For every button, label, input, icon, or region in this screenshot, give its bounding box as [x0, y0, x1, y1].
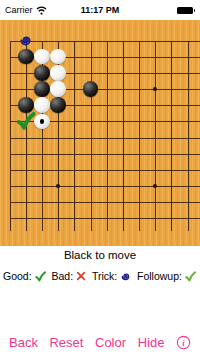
white-stone [50, 65, 66, 81]
legend-followup: Followup: [137, 270, 197, 283]
grid-line [10, 202, 200, 203]
legend-bad-label: Bad: [51, 270, 73, 282]
black-stone [50, 97, 66, 113]
star-point [153, 87, 157, 91]
black-stone [18, 49, 34, 65]
svg-text:i: i [182, 337, 185, 347]
legend-trick-label: Trick: [92, 270, 117, 282]
grid-line [10, 138, 200, 139]
white-stone [34, 49, 50, 65]
grid-line [10, 41, 200, 42]
check-marker [15, 110, 37, 132]
clock: 11:17 PM [0, 0, 200, 20]
grid-line [10, 154, 200, 155]
info-icon[interactable]: i [176, 335, 191, 350]
white-stone [50, 49, 66, 65]
followup-check-icon [184, 270, 197, 283]
white-stone [50, 81, 66, 97]
grid-line [10, 186, 200, 187]
good-check-icon [34, 270, 47, 283]
legend-good-label: Good: [3, 270, 32, 282]
black-stone [83, 81, 99, 97]
trick-spiral-icon [119, 270, 132, 283]
black-stone [34, 81, 50, 97]
app-screen: Carrier 11:17 PM Black to move Good: [0, 0, 200, 355]
grid-line [10, 218, 200, 219]
hide-button[interactable]: Hide [138, 335, 165, 350]
legend-trick: Trick: [92, 270, 132, 283]
bottom-toolbar: Back Reset Color Hide i [0, 332, 200, 352]
last-move-marker [40, 119, 45, 124]
reset-button[interactable]: Reset [49, 335, 83, 350]
legend: Good: Bad: Trick: Follo [0, 267, 200, 285]
black-stone [34, 65, 50, 81]
color-button[interactable]: Color [95, 335, 126, 350]
battery-icon [177, 7, 196, 14]
spiral-marker [17, 32, 34, 49]
grid-line [10, 170, 200, 171]
status-bar: Carrier 11:17 PM [0, 0, 200, 20]
bad-x-icon [75, 270, 87, 282]
turn-indicator: Black to move [0, 248, 200, 263]
legend-followup-label: Followup: [137, 270, 182, 282]
star-point [56, 184, 60, 188]
legend-bad: Bad: [51, 270, 87, 282]
back-button[interactable]: Back [9, 335, 38, 350]
star-point [153, 184, 157, 188]
legend-good: Good: [3, 270, 47, 283]
go-board[interactable] [0, 20, 200, 246]
